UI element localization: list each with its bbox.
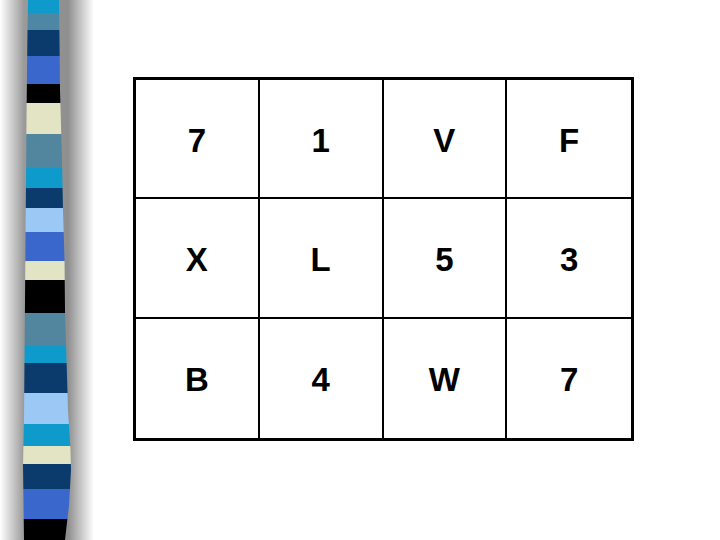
grid-cell-r1c4[interactable]: F [507, 80, 631, 199]
stripe-segment-19 [22, 464, 74, 489]
grid-cell-r2c3[interactable]: 5 [384, 199, 508, 318]
slide-background: 71VFXL53B4W7 [0, 0, 720, 540]
stripe-segment-17 [22, 424, 74, 446]
grid-cell-r3c2[interactable]: 4 [260, 319, 384, 438]
stripe-segment-18 [22, 446, 74, 464]
grid-cell-r3c1[interactable]: B [136, 319, 260, 438]
grid-cell-r3c4[interactable]: 7 [507, 319, 631, 438]
stripe-segment-16 [22, 393, 74, 424]
grid-cell-r2c1[interactable]: X [136, 199, 260, 318]
grid-cell-r2c2[interactable]: L [260, 199, 384, 318]
puzzle-grid: 71VFXL53B4W7 [133, 77, 634, 441]
grid-cell-r1c2[interactable]: 1 [260, 80, 384, 199]
grid-cell-r1c3[interactable]: V [384, 80, 508, 199]
grid-cell-r1c1[interactable]: 7 [136, 80, 260, 199]
stripe-segment-20 [22, 489, 74, 519]
grid-cell-r2c4[interactable]: 3 [507, 199, 631, 318]
grid-cell-r3c3[interactable]: W [384, 319, 508, 438]
stripe-segment-15 [22, 363, 74, 393]
